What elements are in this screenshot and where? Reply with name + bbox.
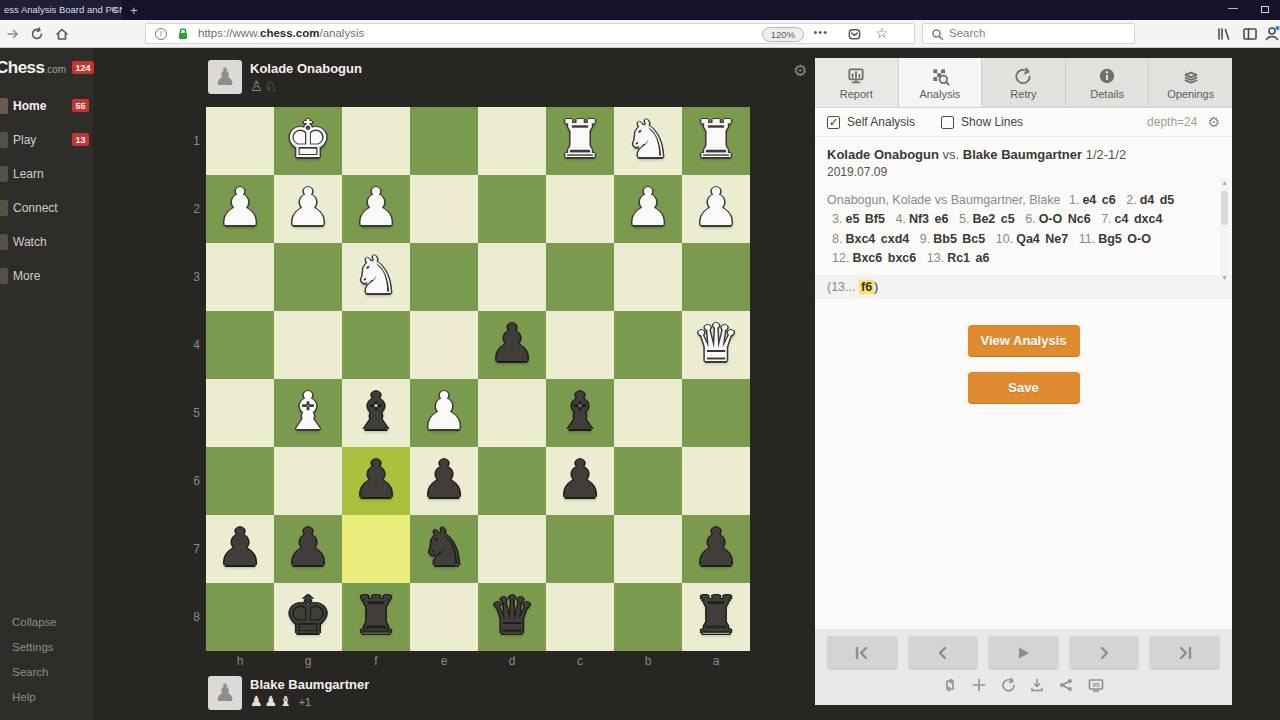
share-icon[interactable]	[1058, 677, 1074, 693]
chess-piece-bQ[interactable]: ♛	[478, 583, 546, 651]
board-square-a2[interactable]: ♟	[682, 175, 750, 243]
sidebar-item-play[interactable]: Play13	[0, 132, 93, 158]
scroll-up-icon[interactable]: ▲	[1220, 179, 1229, 186]
analysis-magnifier-icon	[930, 66, 950, 86]
chess-piece-wP[interactable]: ♟	[614, 175, 682, 243]
move-number: 13.	[927, 251, 944, 265]
chess-piece-wR[interactable]: ♜	[682, 107, 750, 175]
account-icon[interactable]	[1264, 25, 1280, 41]
save-button[interactable]: Save	[968, 372, 1080, 403]
home-icon[interactable]	[55, 27, 69, 41]
board-square-a7[interactable]: ♟	[682, 515, 750, 583]
chess-piece-bP[interactable]: ♟	[274, 515, 342, 583]
move-number: 5.	[959, 212, 969, 226]
chess-piece-bP[interactable]: ♟	[478, 311, 546, 379]
file-label-a: a	[682, 651, 750, 668]
board-square-f8[interactable]: ♜	[342, 583, 410, 651]
chess-piece-bP[interactable]: ♟	[206, 515, 274, 583]
move-number: 7.	[1101, 212, 1111, 226]
move-san[interactable]: d4	[1140, 193, 1155, 207]
file-label-b: b	[614, 651, 682, 668]
chevron-right-icon	[1093, 645, 1115, 661]
search-bar[interactable]: Search	[922, 23, 1135, 44]
move-san[interactable]: Rc1	[947, 251, 970, 265]
show-lines-label: Show Lines	[961, 115, 1023, 129]
game-header: Kolade Onabogun vs. Blake Baumgartner 1/…	[815, 137, 1232, 162]
move-san[interactable]: dxc4	[1134, 212, 1163, 226]
board-square-d1[interactable]	[478, 107, 546, 175]
board-square-h4[interactable]	[206, 311, 274, 379]
learn-item-icon	[0, 166, 8, 182]
sidebar-toggle-icon[interactable]	[1242, 26, 1258, 41]
chesscom-logo[interactable]: Chess.com	[0, 58, 66, 78]
move-san[interactable]: O-O	[1039, 212, 1063, 226]
rank-label-4: 4	[182, 311, 200, 379]
chess-piece-bB[interactable]: ♝	[342, 379, 410, 447]
move-number: 9.	[920, 232, 930, 246]
board-square-g5[interactable]: ♝	[274, 379, 342, 447]
home-item-icon	[0, 98, 8, 114]
skip-to-start-icon	[851, 645, 873, 661]
board-square-c5[interactable]: ♝	[546, 379, 614, 447]
move-san[interactable]: Nc6	[1068, 212, 1091, 226]
rank-label-6: 6	[182, 447, 200, 515]
play-button[interactable]	[988, 636, 1059, 670]
board-square-b4[interactable]	[614, 311, 682, 379]
tab-openings[interactable]: Openings	[1149, 58, 1232, 107]
page-info-icon[interactable]: i	[155, 28, 167, 40]
browser-tab[interactable]: ess Analysis Board and PGN ✕	[0, 0, 122, 20]
move-san[interactable]: e5	[845, 212, 859, 226]
analysis-panel: Report Analysis Retry Details Openings S…	[815, 58, 1232, 705]
move-number: 4.	[895, 212, 905, 226]
move-number: 8.	[832, 232, 842, 246]
board-square-e4[interactable]	[410, 311, 478, 379]
board-square-c2[interactable]	[546, 175, 614, 243]
browser-toolbar: i https://www.chess.com/analysis 120% ••…	[0, 20, 1280, 48]
options-row: Self Analysis Show Lines depth=24 ⚙	[815, 108, 1232, 137]
sidebar-item-connect[interactable]: Connect	[0, 200, 93, 226]
move-san[interactable]: Nf3	[909, 212, 929, 226]
search-placeholder: Search	[949, 27, 985, 39]
watch-item-icon	[0, 234, 8, 250]
file-label-c: c	[546, 651, 614, 668]
move-number: 11.	[1079, 232, 1095, 246]
chess-piece-bB[interactable]: ♝	[546, 379, 614, 447]
board-square-b1[interactable]: ♞	[614, 107, 682, 175]
board-square-a5[interactable]	[682, 379, 750, 447]
show-lines-checkbox[interactable]	[941, 116, 954, 129]
chess-piece-wN[interactable]: ♞	[614, 107, 682, 175]
board-square-d5[interactable]	[478, 379, 546, 447]
connect-item-icon	[0, 200, 8, 216]
chess-piece-wQ[interactable]: ♛	[682, 311, 750, 379]
details-info-icon	[1097, 66, 1117, 86]
chess-piece-bR[interactable]: ♜	[342, 583, 410, 651]
download-icon[interactable]	[1029, 677, 1045, 693]
move-san[interactable]: d5	[1160, 193, 1175, 207]
material-advantage: +1	[299, 696, 312, 708]
reload-icon[interactable]	[30, 27, 44, 41]
captured-knight-icon: ♘	[265, 78, 280, 94]
previous-move-button[interactable]	[908, 636, 979, 670]
board-square-g1[interactable]: ♚	[274, 107, 342, 175]
url-text: https://www.chess.com/analysis	[198, 27, 364, 39]
rank-label-1: 1	[182, 107, 200, 175]
move-number: 10.	[996, 232, 1013, 246]
file-label-g: g	[274, 651, 342, 668]
skip-to-end-icon	[1174, 645, 1196, 661]
board-square-f4[interactable]	[342, 311, 410, 379]
board-square-e3[interactable]	[410, 243, 478, 311]
chess-piece-wP[interactable]: ♟	[682, 175, 750, 243]
tab-retry[interactable]: Retry	[982, 58, 1066, 107]
rank-label-2: 2	[182, 175, 200, 243]
player-name-bottom[interactable]: Blake Baumgartner	[250, 677, 369, 692]
move-san[interactable]: a6	[976, 251, 990, 265]
board-square-c8[interactable]	[546, 583, 614, 651]
forward-icon[interactable]	[6, 27, 20, 41]
tab-report[interactable]: Report	[815, 58, 899, 107]
bookmark-star-icon[interactable]: ☆	[875, 25, 888, 41]
file-label-f: f	[342, 651, 410, 668]
openings-books-icon	[1181, 66, 1201, 86]
board-square-g8[interactable]: ♚	[274, 583, 342, 651]
board-square-h5[interactable]	[206, 379, 274, 447]
chess-piece-bK[interactable]: ♚	[274, 583, 342, 651]
tab-close-icon[interactable]: ✕	[110, 0, 118, 20]
panel-tabs: Report Analysis Retry Details Openings	[815, 58, 1232, 108]
moves-prefix: Onabogun, Kolade vs Baumgartner, Blake	[827, 193, 1064, 207]
more-item-icon	[0, 268, 8, 284]
chess-piece-wP[interactable]: ♟	[206, 175, 274, 243]
sidebar-item-watch[interactable]: Watch	[0, 234, 93, 260]
sidebar-item-learn[interactable]: Learn	[0, 166, 93, 192]
url-bar[interactable]: i https://www.chess.com/analysis 120% ••…	[145, 23, 915, 44]
board-square-a6[interactable]	[682, 447, 750, 515]
notification-badge: 124	[72, 61, 94, 74]
tab-analysis[interactable]: Analysis	[899, 58, 983, 107]
file-label-h: h	[206, 651, 274, 668]
rank-label-3: 3	[182, 243, 200, 311]
board-square-d3[interactable]	[478, 243, 546, 311]
captured-pawn-icon: ♙	[250, 78, 265, 94]
file-labels: hgfedcba	[206, 651, 750, 668]
first-move-button[interactable]	[827, 636, 898, 670]
game-date: 2019.07.09	[815, 162, 1232, 183]
sidebar-item-home[interactable]: Home55	[0, 98, 93, 124]
move-number: 12.	[832, 251, 849, 265]
board-square-b8[interactable]	[614, 583, 682, 651]
file-label-e: e	[410, 651, 478, 668]
sidebar-item-search[interactable]: Search	[12, 666, 48, 678]
chess-piece-bP[interactable]: ♟	[546, 447, 614, 515]
move-number: 6.	[1025, 212, 1035, 226]
chess-piece-bR[interactable]: ♜	[682, 583, 750, 651]
board-square-h2[interactable]: ♟	[206, 175, 274, 243]
board-square-f1[interactable]	[342, 107, 410, 175]
lock-icon	[176, 27, 190, 41]
board-square-h8[interactable]	[206, 583, 274, 651]
captured-pieces-top: ♙♘	[250, 78, 279, 94]
play-item-icon	[0, 132, 8, 148]
move-san[interactable]: cxd4	[881, 232, 910, 246]
add-icon[interactable]	[971, 677, 987, 693]
flip-board-icon[interactable]	[942, 677, 958, 693]
zoom-level-badge[interactable]: 120%	[762, 27, 804, 42]
chess-piece-bP[interactable]: ♟	[342, 447, 410, 515]
board-square-c7[interactable]	[546, 515, 614, 583]
board-square-b6[interactable]	[614, 447, 682, 515]
page-actions-icon[interactable]: •••	[813, 26, 828, 38]
board-square-g2[interactable]: ♟	[274, 175, 342, 243]
rank-label-8: 8	[182, 583, 200, 651]
chess-piece-bP[interactable]: ♟	[682, 515, 750, 583]
self-analysis-label: Self Analysis	[847, 115, 915, 129]
board-square-h1[interactable]	[206, 107, 274, 175]
move-san[interactable]: Bxc4	[845, 232, 875, 246]
library-icon[interactable]	[1216, 26, 1231, 41]
board-square-d2[interactable]	[478, 175, 546, 243]
board-square-g3[interactable]	[274, 243, 342, 311]
rank-labels: 12345678	[182, 107, 200, 651]
view-analysis-button[interactable]: View Analysis	[968, 325, 1080, 356]
board-square-e1[interactable]	[410, 107, 478, 175]
chess-piece-wB[interactable]: ♝	[274, 379, 342, 447]
chess-piece-bN[interactable]: ♞	[410, 515, 478, 583]
move-navigation	[815, 629, 1232, 670]
board-square-e6[interactable]: ♟	[410, 447, 478, 515]
board-square-a4[interactable]: ♛	[682, 311, 750, 379]
chess-piece-wR[interactable]: ♜	[546, 107, 614, 175]
move-number: 3.	[832, 212, 842, 226]
reset-icon[interactable]	[1000, 677, 1016, 693]
chess-piece-bP[interactable]: ♟	[410, 447, 478, 515]
chess-piece-wP[interactable]: ♟	[410, 379, 478, 447]
chess-piece-wK[interactable]: ♚	[274, 107, 342, 175]
self-analysis-checkbox[interactable]	[827, 116, 840, 129]
board-square-d8[interactable]: ♛	[478, 583, 546, 651]
move-san[interactable]: c4	[1115, 212, 1129, 226]
board-square-f5[interactable]: ♝	[342, 379, 410, 447]
variation-row: (13... f6)	[815, 275, 1232, 299]
move-san[interactable]: c5	[1001, 212, 1015, 226]
move-number: 1.	[1069, 193, 1079, 207]
move-san[interactable]: Qa4	[1016, 232, 1040, 246]
board-square-c6[interactable]: ♟	[546, 447, 614, 515]
last-move-button[interactable]	[1149, 636, 1220, 670]
move-san[interactable]: O-O	[1127, 232, 1151, 246]
sidebar-item-settings[interactable]: Settings	[12, 641, 54, 653]
captured-pawn-icon: ♟	[250, 693, 265, 709]
board-square-d4[interactable]: ♟	[478, 311, 546, 379]
move-list: Onabogun, Kolade vs Baumgartner, Blake 1…	[815, 183, 1232, 275]
move-san[interactable]: Bf5	[865, 212, 885, 226]
board-square-b2[interactable]: ♟	[614, 175, 682, 243]
sidebar-item-more[interactable]: More	[0, 268, 93, 294]
move-san[interactable]: Be2	[972, 212, 995, 226]
move-san[interactable]: e4	[1082, 193, 1096, 207]
panel-footer: vs	[815, 629, 1232, 705]
board-square-g4[interactable]	[274, 311, 342, 379]
game-result: 1/2-1/2	[1086, 147, 1126, 162]
chess-piece-wP[interactable]: ♟	[274, 175, 342, 243]
board-settings-gear-icon[interactable]: ⚙	[793, 61, 807, 80]
board-square-d6[interactable]	[478, 447, 546, 515]
move-san[interactable]: Ne7	[1045, 232, 1068, 246]
board-square-a3[interactable]	[682, 243, 750, 311]
avatar[interactable]: ♟	[208, 676, 242, 710]
tab-details[interactable]: Details	[1066, 58, 1150, 107]
board-square-e7[interactable]: ♞	[410, 515, 478, 583]
pocket-icon[interactable]	[847, 27, 862, 42]
move-san[interactable]: e6	[935, 212, 949, 226]
board-square-b5[interactable]	[614, 379, 682, 447]
board-square-a8[interactable]: ♜	[682, 583, 750, 651]
retry-icon	[1013, 66, 1033, 86]
board-square-e5[interactable]: ♟	[410, 379, 478, 447]
chess-piece-wN[interactable]: ♞	[342, 243, 410, 311]
scroll-down-icon[interactable]: ▼	[1220, 274, 1229, 281]
depth-indicator: depth=24	[1147, 115, 1197, 129]
scrollbar-thumb[interactable]	[1221, 191, 1228, 225]
move-san[interactable]: c6	[1102, 193, 1116, 207]
move-san[interactable]: Bxc6	[852, 251, 882, 265]
board-square-g7[interactable]: ♟	[274, 515, 342, 583]
play-icon	[1012, 645, 1034, 661]
captured-pawn-icon: ♟	[265, 693, 280, 709]
board-square-f2[interactable]: ♟	[342, 175, 410, 243]
player-name-top[interactable]: Kolade Onabogun	[250, 61, 362, 76]
svg-text:vs: vs	[1092, 681, 1100, 688]
sidebar: Chess.com 124 Home55 Play13 Learn Connec…	[0, 48, 93, 720]
board-square-e2[interactable]	[410, 175, 478, 243]
board-square-d7[interactable]	[478, 515, 546, 583]
board-square-h6[interactable]	[206, 447, 274, 515]
move-san[interactable]: bxc6	[888, 251, 917, 265]
board-square-b7[interactable]	[614, 515, 682, 583]
move-san[interactable]: Bb5	[933, 232, 957, 246]
board-tools: vs	[815, 677, 1232, 693]
chess-piece-wP[interactable]: ♟	[342, 175, 410, 243]
captured-pieces-bottom: ♟♟♝+1	[250, 693, 311, 709]
rank-label-7: 7	[182, 515, 200, 583]
board-square-e8[interactable]	[410, 583, 478, 651]
variation-move[interactable]: f6	[859, 280, 874, 294]
rank-label-5: 5	[182, 379, 200, 447]
new-tab-button[interactable]: +	[130, 2, 138, 19]
page-content: Chess.com 124 Home55 Play13 Learn Connec…	[0, 48, 1280, 720]
move-san[interactable]: Bc5	[962, 232, 985, 246]
board-square-f3[interactable]: ♞	[342, 243, 410, 311]
board-square-c1[interactable]: ♜	[546, 107, 614, 175]
chess-board[interactable]: ♚♜♞♜♟♟♟♟♟♞♟♛♝♝♟♝♟♟♟♟♟♞♟♚♜♛♜	[206, 107, 750, 651]
next-move-button[interactable]	[1069, 636, 1140, 670]
avatar[interactable]: ♟	[208, 60, 242, 94]
board-square-c4[interactable]	[546, 311, 614, 379]
moves-scrollbar[interactable]: ▲ ▼	[1220, 178, 1229, 282]
home-badge: 55	[72, 99, 89, 112]
move-san[interactable]: Bg5	[1098, 232, 1122, 246]
browser-tab-bar: ess Analysis Board and PGN ✕ + —	[0, 0, 1280, 20]
board-square-c3[interactable]	[546, 243, 614, 311]
board-square-a1[interactable]: ♜	[682, 107, 750, 175]
board-square-f6[interactable]: ♟	[342, 447, 410, 515]
chevron-left-icon	[932, 645, 954, 661]
window-maximize-button[interactable]	[1250, 0, 1280, 20]
tab-title: ess Analysis Board and PGN	[4, 4, 122, 15]
sidebar-item-help[interactable]: Help	[12, 691, 36, 703]
analysis-settings-gear-icon[interactable]: ⚙	[1207, 114, 1220, 130]
vs-computer-icon[interactable]: vs	[1087, 677, 1105, 693]
sidebar-item-collapse[interactable]: Collapse	[12, 616, 57, 628]
captured-bishop-icon: ♝	[279, 693, 294, 709]
file-label-d: d	[478, 651, 546, 668]
report-chart-icon	[846, 66, 866, 86]
board-square-g6[interactable]	[274, 447, 342, 515]
window-minimize-button[interactable]: —	[1218, 0, 1248, 20]
search-icon	[931, 28, 944, 41]
board-square-f7[interactable]	[342, 515, 410, 583]
board-square-h3[interactable]	[206, 243, 274, 311]
move-number: 2.	[1126, 193, 1136, 207]
board-square-b3[interactable]	[614, 243, 682, 311]
board-square-h7[interactable]: ♟	[206, 515, 274, 583]
play-badge: 13	[72, 133, 89, 146]
